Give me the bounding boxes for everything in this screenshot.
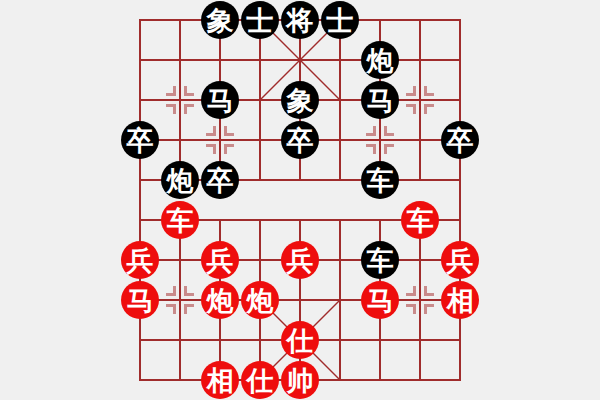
point-0-6[interactable]: 兵: [120, 240, 160, 280]
point-3-1[interactable]: [240, 40, 280, 80]
point-3-9[interactable]: 仕: [240, 360, 280, 400]
piece-black-soldier[interactable]: 卒: [441, 121, 479, 159]
point-5-4[interactable]: [320, 160, 360, 200]
point-7-6[interactable]: [400, 240, 440, 280]
piece-red-soldier[interactable]: 兵: [281, 241, 319, 279]
piece-red-soldier[interactable]: 兵: [441, 241, 479, 279]
piece-black-chariot[interactable]: 车: [361, 161, 399, 199]
point-8-5[interactable]: [440, 200, 480, 240]
point-3-5[interactable]: [240, 200, 280, 240]
point-4-8[interactable]: 仕: [280, 320, 320, 360]
point-0-2[interactable]: [120, 80, 160, 120]
board-points: 象士将士炮马象马卒卒卒炮卒车车车兵兵兵车兵马炮炮马相仕相仕帅: [120, 0, 480, 400]
piece-red-cannon[interactable]: 炮: [241, 281, 279, 319]
point-5-5[interactable]: [320, 200, 360, 240]
point-2-1[interactable]: [200, 40, 240, 80]
piece-black-elephant[interactable]: 象: [201, 1, 239, 39]
piece-red-soldier[interactable]: 兵: [121, 241, 159, 279]
point-5-8[interactable]: [320, 320, 360, 360]
point-0-4[interactable]: [120, 160, 160, 200]
piece-black-soldier[interactable]: 卒: [281, 121, 319, 159]
point-2-6[interactable]: 兵: [200, 240, 240, 280]
point-6-0[interactable]: [360, 0, 400, 40]
point-8-7[interactable]: 相: [440, 280, 480, 320]
piece-black-horse[interactable]: 马: [361, 81, 399, 119]
point-1-3[interactable]: [160, 120, 200, 160]
point-3-2[interactable]: [240, 80, 280, 120]
point-6-6[interactable]: 车: [360, 240, 400, 280]
point-0-1[interactable]: [120, 40, 160, 80]
piece-red-soldier[interactable]: 兵: [201, 241, 239, 279]
point-8-9[interactable]: [440, 360, 480, 400]
screenshot-root: 象士将士炮马象马卒卒卒炮卒车车车兵兵兵车兵马炮炮马相仕相仕帅: [0, 0, 600, 400]
piece-red-horse[interactable]: 马: [121, 281, 159, 319]
point-7-9[interactable]: [400, 360, 440, 400]
point-2-8[interactable]: [200, 320, 240, 360]
point-2-0[interactable]: 象: [200, 0, 240, 40]
piece-red-chariot[interactable]: 车: [401, 201, 439, 239]
piece-black-general[interactable]: 将: [281, 1, 319, 39]
point-5-2[interactable]: [320, 80, 360, 120]
point-4-6[interactable]: 兵: [280, 240, 320, 280]
point-1-2[interactable]: [160, 80, 200, 120]
point-2-2[interactable]: 马: [200, 80, 240, 120]
point-4-1[interactable]: [280, 40, 320, 80]
piece-black-cannon[interactable]: 炮: [161, 161, 199, 199]
point-7-4[interactable]: [400, 160, 440, 200]
point-1-7[interactable]: [160, 280, 200, 320]
piece-red-cannon[interactable]: 炮: [201, 281, 239, 319]
point-6-8[interactable]: [360, 320, 400, 360]
piece-black-advisor[interactable]: 士: [321, 1, 359, 39]
point-2-5[interactable]: [200, 200, 240, 240]
piece-black-soldier[interactable]: 卒: [121, 121, 159, 159]
point-7-7[interactable]: [400, 280, 440, 320]
point-1-0[interactable]: [160, 0, 200, 40]
point-8-2[interactable]: [440, 80, 480, 120]
point-7-3[interactable]: [400, 120, 440, 160]
point-1-8[interactable]: [160, 320, 200, 360]
point-8-8[interactable]: [440, 320, 480, 360]
point-3-7[interactable]: 炮: [240, 280, 280, 320]
point-3-3[interactable]: [240, 120, 280, 160]
point-2-9[interactable]: 相: [200, 360, 240, 400]
piece-black-soldier[interactable]: 卒: [201, 161, 239, 199]
piece-red-horse[interactable]: 马: [361, 281, 399, 319]
piece-black-cannon[interactable]: 炮: [361, 41, 399, 79]
point-5-9[interactable]: [320, 360, 360, 400]
xiangqi-board: 象士将士炮马象马卒卒卒炮卒车车车兵兵兵车兵马炮炮马相仕相仕帅: [120, 0, 480, 400]
point-0-5[interactable]: [120, 200, 160, 240]
piece-red-elephant[interactable]: 相: [201, 361, 239, 399]
point-7-8[interactable]: [400, 320, 440, 360]
point-7-2[interactable]: [400, 80, 440, 120]
point-8-4[interactable]: [440, 160, 480, 200]
point-5-1[interactable]: [320, 40, 360, 80]
point-6-3[interactable]: [360, 120, 400, 160]
piece-black-chariot[interactable]: 车: [361, 241, 399, 279]
point-1-4[interactable]: 炮: [160, 160, 200, 200]
point-7-5[interactable]: 车: [400, 200, 440, 240]
point-8-6[interactable]: 兵: [440, 240, 480, 280]
point-5-3[interactable]: [320, 120, 360, 160]
point-0-0[interactable]: [120, 0, 160, 40]
point-3-8[interactable]: [240, 320, 280, 360]
point-1-5[interactable]: 车: [160, 200, 200, 240]
point-5-0[interactable]: 士: [320, 0, 360, 40]
piece-black-horse[interactable]: 马: [201, 81, 239, 119]
point-2-4[interactable]: 卒: [200, 160, 240, 200]
point-6-1[interactable]: 炮: [360, 40, 400, 80]
point-7-0[interactable]: [400, 0, 440, 40]
point-4-9[interactable]: 帅: [280, 360, 320, 400]
point-1-1[interactable]: [160, 40, 200, 80]
point-2-7[interactable]: 炮: [200, 280, 240, 320]
point-4-4[interactable]: [280, 160, 320, 200]
piece-black-elephant[interactable]: 象: [281, 81, 319, 119]
point-4-5[interactable]: [280, 200, 320, 240]
point-8-3[interactable]: 卒: [440, 120, 480, 160]
point-6-4[interactable]: 车: [360, 160, 400, 200]
point-8-0[interactable]: [440, 0, 480, 40]
point-4-7[interactable]: [280, 280, 320, 320]
point-6-7[interactable]: 马: [360, 280, 400, 320]
point-2-3[interactable]: [200, 120, 240, 160]
point-4-3[interactable]: 卒: [280, 120, 320, 160]
piece-red-advisor[interactable]: 仕: [281, 321, 319, 359]
point-5-7[interactable]: [320, 280, 360, 320]
point-3-4[interactable]: [240, 160, 280, 200]
point-3-6[interactable]: [240, 240, 280, 280]
point-0-9[interactable]: [120, 360, 160, 400]
point-3-0[interactable]: 士: [240, 0, 280, 40]
piece-red-general[interactable]: 帅: [281, 361, 319, 399]
point-4-2[interactable]: 象: [280, 80, 320, 120]
point-1-9[interactable]: [160, 360, 200, 400]
point-8-1[interactable]: [440, 40, 480, 80]
point-1-6[interactable]: [160, 240, 200, 280]
point-5-6[interactable]: [320, 240, 360, 280]
piece-black-advisor[interactable]: 士: [241, 1, 279, 39]
piece-red-advisor[interactable]: 仕: [241, 361, 279, 399]
point-0-7[interactable]: 马: [120, 280, 160, 320]
point-6-9[interactable]: [360, 360, 400, 400]
point-6-5[interactable]: [360, 200, 400, 240]
point-4-0[interactable]: 将: [280, 0, 320, 40]
point-0-3[interactable]: 卒: [120, 120, 160, 160]
point-7-1[interactable]: [400, 40, 440, 80]
point-0-8[interactable]: [120, 320, 160, 360]
piece-red-elephant[interactable]: 相: [441, 281, 479, 319]
point-6-2[interactable]: 马: [360, 80, 400, 120]
piece-red-chariot[interactable]: 车: [161, 201, 199, 239]
